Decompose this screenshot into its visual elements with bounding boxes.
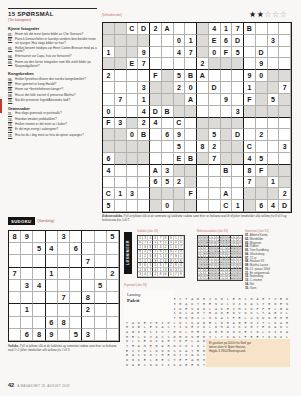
cell-r12c12 [232,153,244,165]
cell-r4c12 [232,58,244,70]
cell-r12c3 [127,153,139,165]
cell-r10c5 [150,129,162,141]
cell-r14c15: 1 [268,177,280,189]
cell-r8c2 [21,317,33,329]
magazine-name: A-MAGASINET 28. AUGUST 2009 [17,384,70,388]
quiz-question: 10.Når ble prinsesse Ingrid Alexandra fø… [8,99,97,103]
cell-r1c6: A [162,23,174,35]
cell-r1c4 [46,231,58,243]
winner-text-line: Høgda 3, 8904 Brønnøysund. [209,350,287,354]
cell-r1c1 [103,23,115,35]
cell-r2c11: 6 [221,35,233,47]
cell-r14c1 [103,177,115,189]
cell-r9c3 [127,118,139,130]
cell-r2c7: 0 [174,35,186,47]
cell-r1c5: 3 [58,231,70,243]
cell-r5c10 [209,70,221,82]
question-text: Patrick Demarchelier er kanskje verdens … [15,38,97,46]
cell-r11c13: C [244,141,256,153]
cell-r15c12 [232,188,244,200]
cell-r10c14: 2 [256,129,268,141]
cell-r9c14 [256,118,268,130]
cell-r13c14: F [256,165,268,177]
sudoku-section-label: SUDOKU [8,217,35,225]
question-number: 15. [8,134,15,138]
cell-r11c14 [256,141,268,153]
star-empty-icon: ☆ [272,10,280,19]
question-list: 11.Hva slags grønnsak er pastinakk?12.Hv… [8,112,97,137]
cell-r1c8 [185,23,197,35]
cell-r1c2 [115,23,127,35]
cell-r15c14 [256,188,268,200]
cell-r12c16 [279,153,291,165]
cell-r8c15 [268,106,280,118]
cell-r4c6 [162,58,174,70]
cell-r1c3: C [127,23,139,35]
cell-r7c9 [107,304,119,316]
star-empty-icon: ☆ [264,10,272,19]
quiz-question: 11.Hva slags grønnsak er pastinakk? [8,112,97,116]
cell-r3c2 [115,47,127,59]
cell-r5c16 [279,70,291,82]
section-title: Grønnsaker [8,106,97,111]
cell-r9c1 [9,329,21,341]
cell-r10c3: 0 [127,129,139,141]
question-list: 01.Hvem tok det mest kjente bildet av Ch… [8,33,97,69]
cell-r16c11: C [221,200,233,212]
cell-r2c5 [150,35,162,47]
cell-r1c7 [82,231,94,243]
cell-r12c1: 6 [103,153,115,165]
question-number: 06. [8,78,15,82]
quiz-question: 03.Hvilket berømt fotobyrå var Henri Car… [8,47,97,55]
page-number: 42 [8,382,14,388]
cell-r8c9 [107,317,119,329]
cell-r15c2: 1 [115,188,127,200]
cell-r13c16 [279,165,291,177]
cell-r4c10 [209,58,221,70]
cell-r16c13 [244,200,256,212]
cell-r10c12: D [232,129,244,141]
cell-r5c1: 2 [103,70,115,82]
cell-r11c16: 3 [279,141,291,153]
cell-r15c8: F [185,188,197,200]
cell-r6c9 [197,82,209,94]
cell-r3c9 [107,255,119,267]
cell-r13c12 [232,165,244,177]
question-number: 13. [8,123,15,127]
cell-r6c14 [256,82,268,94]
cell-r7c8 [95,304,107,316]
cell-r9c5 [58,329,70,341]
cell-r3c12: 5 [232,47,244,59]
cell-r8c7 [82,317,94,329]
cell-r14c13: 7 [244,177,256,189]
question-number: 07. [8,83,15,87]
cell-r12c7: E [174,153,186,165]
cell-r16c5 [150,200,162,212]
cell-r16c15: 4 [268,200,280,212]
cell-r5c7 [82,280,94,292]
cell-r5c2: 3 [21,280,33,292]
cell-r7c8: A [185,94,197,106]
sudoku-solution-grid: 5346789126721953481983425678597614234268… [137,235,185,278]
cell-r2c9 [107,243,119,255]
cell-r8c4: 6 [46,317,58,329]
page-title: 15 SPØRSMÅL [8,11,97,17]
cell-r13c13: 8 [244,165,256,177]
cell-r7c16 [279,94,291,106]
cell-r14c3 [127,177,139,189]
cell-r8c6: B [162,106,174,118]
cell-r9c4: 2 [138,118,150,130]
page-footer: 42 A-MAGASINET 28. AUGUST 2009 [8,382,70,388]
cell-r11c2 [115,141,127,153]
cell-r8c6 [70,317,82,329]
cell-r16c16: D [279,200,291,212]
star-empty-icon: ☆ [280,10,288,19]
cell-r16c8 [185,200,197,212]
cell-r1c11: 1 [221,23,233,35]
cell-r3c6 [162,47,174,59]
crossword-solution-box: Løsning: Palett [124,290,174,322]
cell-r5c11 [221,70,233,82]
question-text: Er det mye energi i auberginer? [15,128,58,132]
cell-r4c15 [268,58,280,70]
cell-r8c13 [244,106,256,118]
cell-r7c1 [103,94,115,106]
cell-r10c7: 9 [174,129,186,141]
cell-r2c4 [138,35,150,47]
solution-crossword-label: Kryssord (uke 33) [124,283,147,287]
cell-r8c3 [127,106,139,118]
question-text: Hvem var den første fotografen som fikk … [15,61,97,69]
cell-r16c2 [115,200,127,212]
cell-r15c11: A [221,188,233,200]
cell-r3c2 [21,255,33,267]
cell-r15c4 [138,188,150,200]
hexadoku-tag-label: [Utfordrende] [102,13,122,17]
sudoku-caption-text: Fyll ut feltene slik at de loddrette og … [8,344,116,352]
cell-r2c8: 1 [185,35,197,47]
question-number: 03. [8,47,15,55]
cell-r2c7 [82,243,94,255]
question-number: 10. [8,99,15,103]
cell-r3c1 [9,255,21,267]
cell-r10c13 [244,129,256,141]
cell-r10c2 [115,129,127,141]
quiz-question: 02.Patrick Demarchelier er kanskje verde… [8,38,97,46]
question-number: 11. [8,112,15,116]
cell-r16c1: 5 [103,200,115,212]
cell-r7c9 [197,94,209,106]
cell-r3c14: D [256,47,268,59]
cell-r5c8: 5 [95,280,107,292]
winner-announcement-box: Et gavekort på 500 kr fra Norli gårdenne… [206,339,290,367]
cell-r15c3: 3 [127,188,139,200]
cell-r5c4 [138,70,150,82]
cell-r15c16: 2 [279,188,291,200]
difficulty-star-rating: ★★☆☆☆ [249,10,287,19]
cell-r4c8 [185,58,197,70]
question-number: 12. [8,118,15,122]
cell-r13c11: B [221,165,233,177]
cell-r2c3 [127,35,139,47]
cell-r10c16 [279,129,291,141]
cell-r11c3 [127,141,139,153]
cell-r3c7: 7 [82,255,94,267]
cell-r3c1: 1 [103,47,115,59]
cell-r12c8: B [185,153,197,165]
cell-r9c2: 6 [21,329,33,341]
quiz-question: 14.Er det mye energi i auberginer? [8,128,97,132]
cell-r9c11 [221,118,233,130]
question-text: Når ble prinsesse Ingrid Alexandra født? [15,99,70,103]
cell-r10c11 [221,129,233,141]
cell-r4c9: 2 [107,268,119,280]
cell-r7c4 [46,304,58,316]
cell-r13c6: 3 [162,165,174,177]
cell-r9c6 [162,118,174,130]
cell-r15c15 [268,188,280,200]
cell-r13c15 [268,165,280,177]
quiz-section-vegetables: Grønnsaker 11.Hva slags grønnsak er past… [8,106,97,138]
cell-r4c7 [174,58,186,70]
cell-r1c16 [279,23,291,35]
cell-r1c14 [256,23,268,35]
quiz-question: 04.Etternavnet var Capa, hva var fornavn… [8,55,97,59]
cell-r2c2 [115,35,127,47]
cell-r4c4: 7 [138,58,150,70]
cell-r15c1: C [103,188,115,200]
cell-r1c12: 7 [232,23,244,35]
cell-r13c3 [127,165,139,177]
cell-r3c10: 0 [209,47,221,59]
question-text: Hva slags grønnsak er pastinakk? [15,112,62,116]
section-title: Kjente fotografer [8,26,97,31]
cell-r12c14: 5 [256,153,268,165]
sudoku-difficulty-label: (Vanskelig) [38,219,55,223]
cell-r6c7: 8 [82,292,94,304]
cell-r1c10: 4 [209,23,221,35]
cell-r5c9: A [197,70,209,82]
cell-r3c6 [70,255,82,267]
cell-r12c4 [138,153,150,165]
cell-r4c2 [115,58,127,70]
cell-r2c6 [162,35,174,47]
cell-r11c8 [185,141,197,153]
cell-r5c2 [115,70,127,82]
quiz-question: 05.Hvem var den første fotografen som fi… [8,61,97,69]
cell-r11c10: 2 [209,141,221,153]
sudoku-caption: Sudoku. Fyll ut feltene slik at de loddr… [8,344,118,352]
cell-r5c5 [58,280,70,292]
question-number: 02. [8,38,15,46]
cell-r3c13 [244,47,256,59]
cell-r12c10: 7 [209,153,221,165]
cell-r7c5 [150,94,162,106]
cell-r6c11 [221,82,233,94]
cell-r4c3 [33,268,45,280]
cell-r7c3 [127,94,139,106]
cell-r9c4: 9 [46,329,58,341]
cell-r14c8 [185,177,197,189]
cell-r8c3 [33,317,45,329]
cell-r4c11 [221,58,233,70]
cell-r8c1: 0 [103,106,115,118]
cell-r3c5 [150,47,162,59]
cell-r9c9: 9 [179,272,184,277]
hexadoku-caption: Bokstavsudoku. Fyll ut feltene slik at d… [102,214,290,222]
cell-r3c8 [95,255,107,267]
cell-r4c13 [244,58,256,70]
question-text: Hvem var «bestefedrenes konge»? [15,88,63,92]
cell-r11c12 [232,141,244,153]
cell-r6c15 [268,82,280,94]
cell-r1c5: 2 [150,23,162,35]
cell-r2c1 [9,243,21,255]
question-text: Hvem tok det mest kjente bildet av Che G… [15,33,83,37]
question-text: Hvilket berømt fotobyrå var Henri Cartie… [15,47,97,55]
cell-r13c8 [185,165,197,177]
cell-r9c15 [268,118,280,130]
cell-r8c10 [209,106,221,118]
quiz-question: 08.Hvem var «bestefedrenes konge»? [8,88,97,92]
cell-r2c14 [256,35,268,47]
cell-r10c8 [185,129,197,141]
solutions-tab: LØSNINGER [124,232,132,274]
cell-r7c12 [232,94,244,106]
cell-r4c6 [70,268,82,280]
cell-r9c8 [95,329,107,341]
cell-r14c16 [279,177,291,189]
cell-r5c1 [9,280,21,292]
cell-r11c6 [162,141,174,153]
question-number: 05. [8,61,15,69]
cell-r7c14 [256,94,268,106]
cell-r11c15 [268,141,280,153]
question-number: 14. [8,128,15,132]
page-subtitle: (Tre kategorier) [8,18,97,22]
cell-r2c4: 4 [46,243,58,255]
cell-r3c4: 9 [138,47,150,59]
cell-r11c1 [103,141,115,153]
cell-r5c3 [127,70,139,82]
crossword-solution-word: Palett [127,298,171,303]
cell-r7c13: F [244,94,256,106]
cell-r15c7 [174,188,186,200]
cell-r10c6: 6 [162,129,174,141]
cell-r2c1 [103,35,115,47]
cell-r8c5: D [150,106,162,118]
cell-r3c11: F [221,47,233,59]
cell-r14c7: 2 [174,177,186,189]
cell-r14c11 [221,177,233,189]
cell-r12c2 [115,153,127,165]
cell-r2c5 [58,243,70,255]
cell-r3c7: 4 [174,47,186,59]
star-filled-icon: ★ [249,10,257,19]
cell-r4c1 [103,58,115,70]
cell-r7c6 [70,304,82,316]
cell-r7c2: 7 [115,94,127,106]
cell-r7c5 [58,304,70,316]
cell-r6c9 [107,292,119,304]
cell-r9c1: F [103,118,115,130]
cell-r2c10: E [209,35,221,47]
cell-r14c12 [232,177,244,189]
question-number: 01. [8,33,15,37]
cell-r1c6 [70,231,82,243]
question-list: 06.Hvilket fyrstehus tilhører den norske… [8,78,97,103]
hexadoku-grid: CD2A417B01E6D319470F5DE7292F5BA90320D177… [102,22,292,213]
cell-r7c3 [33,304,45,316]
cell-r5c12 [232,70,244,82]
cell-r16c3 [127,200,139,212]
cell-r8c4: 4 [138,106,150,118]
cell-r6c7: 2 [174,82,186,94]
cell-r3c3 [127,47,139,59]
cell-r3c8: 7 [185,47,197,59]
cell-r5c8: B [185,70,197,82]
cell-r3c15 [268,47,280,59]
cell-r8c7 [174,106,186,118]
cell-r8c5: 8 [58,317,70,329]
cell-r7c7: 2 [82,304,94,316]
cell-r4c7 [82,268,94,280]
cell-r4c1: 7 [9,268,21,280]
cell-r7c11: 9 [221,94,233,106]
cell-r9c9 [197,118,209,130]
cell-r2c9 [197,35,209,47]
cell-r15c13 [244,188,256,200]
cell-r9c16 [279,118,291,130]
cell-r16c14: 6 [256,200,268,212]
cell-r14c2 [115,177,127,189]
cell-r4c8 [95,268,107,280]
cell-r6c8 [95,292,107,304]
cell-r6c2 [115,82,127,94]
cell-r1c3 [33,231,45,243]
cell-r6c3 [33,292,45,304]
cell-r14c6: 5 [162,177,174,189]
cell-r10c10: 5 [209,129,221,141]
cell-r11c5 [150,141,162,153]
cell-r1c9 [197,23,209,35]
cell-r4c2 [21,268,33,280]
cell-r10c1 [103,129,115,141]
cell-r5c9 [107,280,119,292]
magazine-page: 15 SPØRSMÅL (Tre kategorier) Kjente foto… [0,0,301,396]
cell-r5c15 [268,70,280,82]
cell-r16c6: 0 [162,200,174,212]
cell-r13c10 [209,165,221,177]
quiz-answers: 01. Alberto Korda02. Motebilder03. Magnu… [245,234,292,290]
cell-r7c2: 1 [21,304,33,316]
cell-r14c4 [138,177,150,189]
cell-r3c5 [58,255,70,267]
cell-r16c7 [174,200,186,212]
cell-r11c4 [138,141,150,153]
cell-r6c4 [46,292,58,304]
cell-r8c14 [256,106,268,118]
cell-r16c10 [209,200,221,212]
cell-r6c3 [127,82,139,94]
cell-r4c16 [279,58,291,70]
question-text: Etternavnet var Capa, hva var fornavnet? [15,55,72,59]
cell-r4c4: 1 [46,268,58,280]
cell-r1c4: D [138,23,150,35]
